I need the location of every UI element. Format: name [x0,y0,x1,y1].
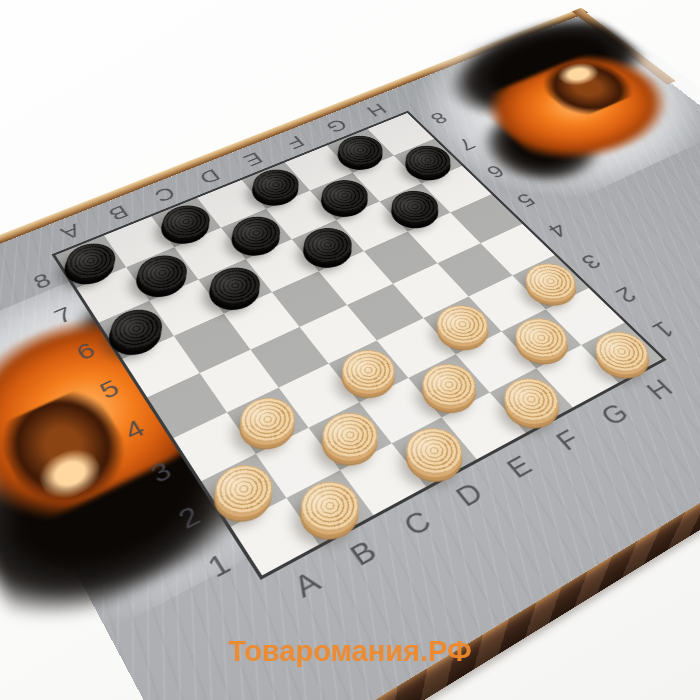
square-c2 [308,402,391,470]
square-f3 [424,296,502,354]
square-e1 [442,392,526,459]
square-d4 [300,305,377,364]
scene-3d: ABCDEFGH ABCDEFGH 87654321 87654321 [0,0,700,700]
lion-muzzle-highlight [32,442,108,506]
square-e2 [408,354,489,417]
square-d2 [359,378,441,443]
square-e3 [377,318,456,378]
checker-wood-d3 [332,343,404,399]
square-b2 [256,428,340,498]
checkers-box-top-face: ABCDEFGH ABCDEFGH 87654321 87654321 [0,15,700,700]
checker-wood-g2 [505,311,577,365]
square-d3 [329,340,409,402]
square-d1 [392,417,477,486]
checker-wood-h1 [585,325,659,380]
square-c3 [279,364,360,428]
checker-wood-c2 [312,405,388,467]
checker-wood-e2 [412,356,486,413]
checker-wood-d1 [396,420,473,483]
watermark: Товаромания.РФ [228,635,471,668]
checker-wood-a2 [205,456,282,522]
square-g2 [502,309,582,368]
square-f2 [456,331,536,392]
product-photo-stage: ABCDEFGH ABCDEFGH 87654321 87654321 Това… [0,0,700,700]
checker-wood-f1 [494,371,570,430]
checker-wood-b1 [291,473,370,541]
square-c4 [250,327,328,388]
checker-wood-f3 [427,298,498,351]
square-c1 [340,443,426,515]
